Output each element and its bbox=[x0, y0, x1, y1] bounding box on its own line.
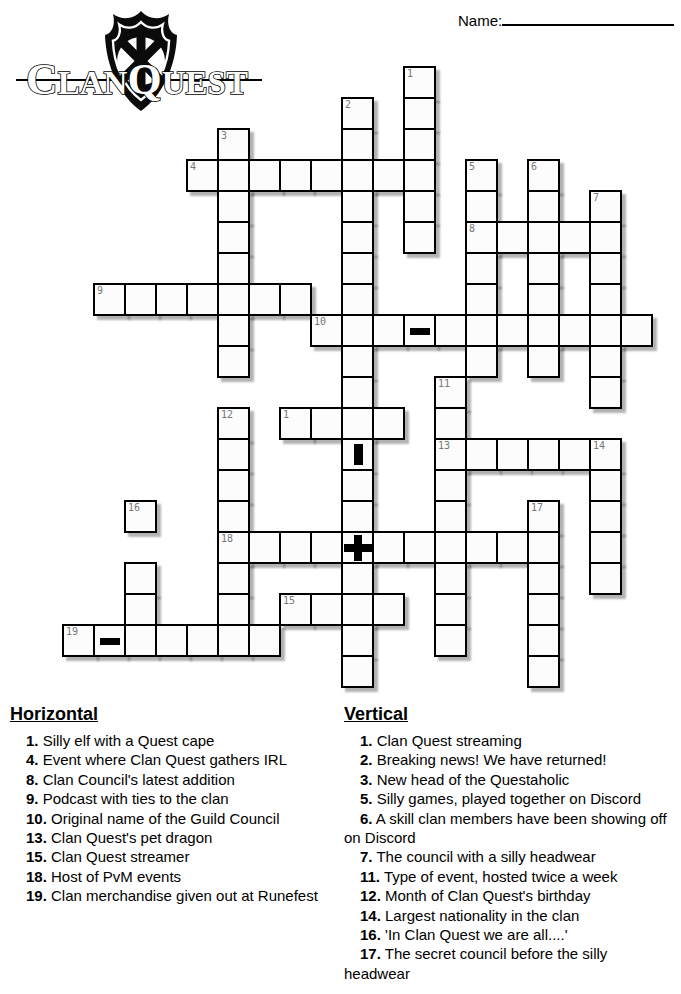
grid-cell[interactable] bbox=[589, 469, 622, 502]
clue-item: 13. Clan Quest's pet dragon bbox=[10, 828, 330, 847]
grid-cell[interactable] bbox=[279, 531, 312, 564]
grid-cell[interactable]: 5 bbox=[465, 159, 498, 192]
clue-item: 1. Clan Quest streaming bbox=[344, 731, 672, 750]
grid-cell[interactable] bbox=[434, 562, 467, 595]
grid-cell[interactable]: 7 bbox=[589, 190, 622, 223]
grid-cell[interactable] bbox=[558, 438, 591, 471]
clue-number: 15 bbox=[283, 595, 295, 606]
clue-item: 18. Host of PvM events bbox=[10, 867, 330, 886]
grid-cell[interactable] bbox=[217, 314, 250, 347]
grid-cell[interactable] bbox=[403, 97, 436, 130]
grid-cell[interactable] bbox=[465, 438, 498, 471]
grid-cell[interactable] bbox=[279, 283, 312, 316]
clue-section: Horizontal 1. Silly elf with a Quest cap… bbox=[10, 704, 672, 983]
grid-cell[interactable] bbox=[403, 159, 436, 192]
grid-cell[interactable] bbox=[341, 283, 374, 316]
grid-cell[interactable] bbox=[341, 128, 374, 161]
grid-cell[interactable] bbox=[310, 407, 343, 440]
grid-cell[interactable] bbox=[124, 562, 157, 595]
grid-cell[interactable] bbox=[217, 252, 250, 285]
clue-item: 14. Largest nationality in the clan bbox=[344, 906, 672, 925]
grid-cell[interactable]: 9 bbox=[93, 283, 126, 316]
grid-cell[interactable]: 18 bbox=[217, 531, 250, 564]
crossword-grid: 123456789101112113141617181519 bbox=[62, 66, 651, 686]
grid-cell[interactable] bbox=[496, 531, 529, 564]
grid-cell[interactable] bbox=[341, 469, 374, 502]
grid-cell[interactable] bbox=[341, 562, 374, 595]
grid-cell[interactable] bbox=[155, 624, 188, 657]
grid-cell[interactable] bbox=[434, 531, 467, 564]
grid-cell[interactable] bbox=[217, 469, 250, 502]
grid-cell[interactable] bbox=[620, 314, 653, 347]
grid-cell[interactable] bbox=[248, 531, 281, 564]
grid-cell[interactable] bbox=[434, 469, 467, 502]
grid-cell[interactable] bbox=[589, 531, 622, 564]
grid-cell[interactable] bbox=[465, 252, 498, 285]
grid-cell[interactable] bbox=[465, 314, 498, 347]
grid-cell[interactable] bbox=[372, 593, 405, 626]
grid-cell[interactable] bbox=[279, 159, 312, 192]
grid-cell[interactable] bbox=[217, 438, 250, 471]
clue-number: 4 bbox=[190, 161, 196, 172]
clue-item: 15. Clan Quest streamer bbox=[10, 847, 330, 866]
grid-cell[interactable] bbox=[589, 500, 622, 533]
clue-item: 17. The secret council before the silly … bbox=[344, 944, 672, 983]
grid-cell[interactable] bbox=[496, 221, 529, 254]
vertical-clue-list: 1. Clan Quest streaming2. Breaking news!… bbox=[344, 731, 672, 983]
grid-cell[interactable]: 3 bbox=[217, 128, 250, 161]
grid-cell[interactable] bbox=[403, 221, 436, 254]
grid-cell[interactable] bbox=[434, 593, 467, 626]
grid-cell[interactable] bbox=[341, 376, 374, 409]
horizontal-clues-title: Horizontal bbox=[10, 704, 330, 725]
clue-item: 12. Month of Clan Quest's birthday bbox=[344, 886, 672, 905]
grid-cell[interactable] bbox=[465, 531, 498, 564]
crossword-worksheet: CLANQUEST Name: 123456789101112113141617… bbox=[0, 0, 681, 994]
grid-cell[interactable]: 2 bbox=[341, 97, 374, 130]
grid-cell[interactable]: 1 bbox=[403, 66, 436, 99]
grid-cell[interactable] bbox=[527, 655, 560, 688]
grid-cell[interactable] bbox=[527, 252, 560, 285]
clue-number: 11 bbox=[438, 378, 450, 389]
grid-cell[interactable] bbox=[341, 407, 374, 440]
grid-cell[interactable] bbox=[527, 314, 560, 347]
clue-number: 6 bbox=[531, 161, 537, 172]
grid-cell[interactable] bbox=[496, 438, 529, 471]
grid-cell[interactable] bbox=[310, 593, 343, 626]
grid-cell[interactable] bbox=[589, 345, 622, 378]
grid-cell[interactable] bbox=[217, 345, 250, 378]
grid-cell[interactable] bbox=[558, 314, 591, 347]
clue-number: 10 bbox=[314, 316, 326, 327]
clue-number: 8 bbox=[469, 223, 475, 234]
clue-item: 2. Breaking news! We have returned! bbox=[344, 750, 672, 769]
logo-text-c1: C bbox=[26, 55, 58, 104]
grid-cell[interactable] bbox=[465, 190, 498, 223]
grid-cell[interactable] bbox=[589, 562, 622, 595]
grid-cell[interactable] bbox=[217, 190, 250, 223]
clue-number: 5 bbox=[469, 161, 475, 172]
grid-cell[interactable] bbox=[589, 252, 622, 285]
grid-cell[interactable] bbox=[527, 562, 560, 595]
grid-cell[interactable] bbox=[217, 624, 250, 657]
clue-item: 4. Event where Clan Quest gathers IRL bbox=[10, 750, 330, 769]
grid-cell[interactable] bbox=[341, 159, 374, 192]
grid-cell[interactable] bbox=[124, 624, 157, 657]
grid-cell[interactable] bbox=[341, 438, 374, 471]
clue-item: 7. The council with a silly headwear bbox=[344, 847, 672, 866]
grid-cell[interactable]: 4 bbox=[186, 159, 219, 192]
prefilled-plus-symbol bbox=[344, 535, 372, 561]
clue-number: 1 bbox=[283, 409, 289, 420]
grid-cell[interactable] bbox=[434, 407, 467, 440]
grid-cell[interactable] bbox=[93, 624, 126, 657]
grid-cell[interactable]: 11 bbox=[434, 376, 467, 409]
grid-cell[interactable] bbox=[341, 593, 374, 626]
grid-cell[interactable] bbox=[310, 531, 343, 564]
grid-cell[interactable]: 14 bbox=[589, 438, 622, 471]
grid-cell[interactable] bbox=[434, 314, 467, 347]
grid-cell[interactable] bbox=[341, 345, 374, 378]
clue-number: 12 bbox=[221, 409, 233, 420]
clue-item: 3. New head of the Questaholic bbox=[344, 770, 672, 789]
grid-cell[interactable] bbox=[372, 314, 405, 347]
grid-cell[interactable]: 12 bbox=[217, 407, 250, 440]
clue-number: 17 bbox=[531, 502, 543, 513]
grid-cell[interactable] bbox=[527, 345, 560, 378]
name-input-line[interactable] bbox=[502, 8, 674, 26]
clue-item: 19. Clan merchandise given out at Runefe… bbox=[10, 886, 330, 905]
vertical-clues-column: Vertical 1. Clan Quest streaming2. Break… bbox=[344, 704, 672, 983]
clue-number: 14 bbox=[593, 440, 605, 451]
grid-cell[interactable] bbox=[217, 159, 250, 192]
clue-number: 1 bbox=[407, 68, 413, 79]
grid-cell[interactable] bbox=[589, 376, 622, 409]
clue-item: 8. Clan Council's latest addition bbox=[10, 770, 330, 789]
grid-cell[interactable]: 10 bbox=[310, 314, 343, 347]
grid-cell[interactable] bbox=[341, 624, 374, 657]
grid-cell[interactable]: 19 bbox=[62, 624, 95, 657]
grid-cell[interactable] bbox=[341, 531, 374, 564]
grid-cell[interactable]: 13 bbox=[434, 438, 467, 471]
name-field-row: Name: bbox=[458, 8, 674, 29]
prefilled-bar-symbol bbox=[354, 444, 363, 465]
grid-cell[interactable] bbox=[217, 283, 250, 316]
grid-cell[interactable] bbox=[155, 283, 188, 316]
clue-item: 5. Silly games, played together on Disco… bbox=[344, 789, 672, 808]
grid-cell[interactable] bbox=[527, 221, 560, 254]
vertical-clues-title: Vertical bbox=[344, 704, 672, 725]
grid-cell[interactable] bbox=[124, 593, 157, 626]
grid-cell[interactable] bbox=[186, 624, 219, 657]
horizontal-clue-list: 1. Silly elf with a Quest cape4. Event w… bbox=[10, 731, 330, 906]
grid-cell[interactable] bbox=[589, 283, 622, 316]
clue-number: 9 bbox=[97, 285, 103, 296]
grid-cell[interactable]: 8 bbox=[465, 221, 498, 254]
clue-number: 18 bbox=[221, 533, 233, 544]
grid-cell[interactable] bbox=[403, 314, 436, 347]
grid-cell[interactable] bbox=[527, 624, 560, 657]
grid-cell[interactable] bbox=[341, 314, 374, 347]
grid-cell[interactable]: 16 bbox=[124, 500, 157, 533]
clue-number: 19 bbox=[66, 626, 78, 637]
clue-number: 13 bbox=[438, 440, 450, 451]
grid-cell[interactable] bbox=[589, 221, 622, 254]
clue-item: 16. 'In Clan Quest we are all....' bbox=[344, 925, 672, 944]
grid-cell[interactable] bbox=[527, 531, 560, 564]
grid-cell[interactable] bbox=[248, 159, 281, 192]
grid-cell[interactable] bbox=[589, 314, 622, 347]
grid-cell[interactable] bbox=[403, 128, 436, 161]
grid-cell[interactable] bbox=[465, 283, 498, 316]
grid-cell[interactable] bbox=[496, 314, 529, 347]
grid-cell[interactable] bbox=[341, 655, 374, 688]
grid-cell[interactable] bbox=[372, 407, 405, 440]
grid-cell[interactable] bbox=[217, 500, 250, 533]
grid-cell[interactable] bbox=[558, 221, 591, 254]
grid-cell[interactable] bbox=[372, 159, 405, 192]
grid-cell[interactable] bbox=[217, 221, 250, 254]
grid-cell[interactable]: 6 bbox=[527, 159, 560, 192]
grid-cell[interactable] bbox=[217, 593, 250, 626]
clue-number: 3 bbox=[221, 130, 227, 141]
grid-cell[interactable] bbox=[527, 190, 560, 223]
clue-item: 9. Podcast with ties to the clan bbox=[10, 789, 330, 808]
grid-cell[interactable]: 1 bbox=[279, 407, 312, 440]
clue-item: 11. Type of event, hosted twice a week bbox=[344, 867, 672, 886]
grid-cell[interactable] bbox=[527, 438, 560, 471]
grid-cell[interactable] bbox=[248, 283, 281, 316]
horizontal-clues-column: Horizontal 1. Silly elf with a Quest cap… bbox=[10, 704, 330, 983]
clue-item: 1. Silly elf with a Quest cape bbox=[10, 731, 330, 750]
grid-cell[interactable] bbox=[372, 531, 405, 564]
grid-cell[interactable] bbox=[248, 624, 281, 657]
grid-cell[interactable] bbox=[310, 159, 343, 192]
grid-cell[interactable] bbox=[465, 345, 498, 378]
grid-cell[interactable] bbox=[124, 283, 157, 316]
prefilled-dash-symbol bbox=[410, 328, 430, 335]
grid-cell[interactable] bbox=[341, 221, 374, 254]
grid-cell[interactable] bbox=[341, 252, 374, 285]
clue-number: 7 bbox=[593, 192, 599, 203]
grid-cell[interactable] bbox=[403, 190, 436, 223]
prefilled-dash-symbol bbox=[100, 638, 120, 645]
clue-item: 6. A skill clan members have been showin… bbox=[344, 809, 672, 848]
clue-number: 16 bbox=[128, 502, 140, 513]
name-label: Name: bbox=[458, 12, 502, 29]
grid-cell[interactable] bbox=[434, 500, 467, 533]
grid-cell[interactable] bbox=[217, 562, 250, 595]
grid-cell[interactable] bbox=[527, 593, 560, 626]
clue-number: 2 bbox=[345, 99, 351, 110]
grid-cell[interactable] bbox=[527, 283, 560, 316]
grid-cell[interactable]: 17 bbox=[527, 500, 560, 533]
grid-cell[interactable]: 15 bbox=[279, 593, 312, 626]
grid-cell[interactable] bbox=[186, 283, 219, 316]
grid-cell[interactable] bbox=[434, 624, 467, 657]
grid-cell[interactable] bbox=[341, 190, 374, 223]
grid-cell[interactable] bbox=[341, 500, 374, 533]
grid-cell[interactable] bbox=[403, 531, 436, 564]
clue-item: 10. Original name of the Guild Council bbox=[10, 809, 330, 828]
